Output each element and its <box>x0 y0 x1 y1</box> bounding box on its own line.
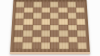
square-c1[interactable] <box>32 43 41 49</box>
chessboard <box>10 0 90 54</box>
square-f1[interactable] <box>59 43 68 49</box>
square-b1[interactable] <box>22 43 31 49</box>
square-h1[interactable] <box>77 43 86 49</box>
board-frame <box>10 0 90 54</box>
square-g1[interactable] <box>68 43 77 49</box>
board-grid <box>13 2 86 49</box>
square-d1[interactable] <box>41 43 50 49</box>
square-a1[interactable] <box>13 43 22 49</box>
photo-background <box>0 0 100 56</box>
square-e1[interactable] <box>50 43 59 49</box>
